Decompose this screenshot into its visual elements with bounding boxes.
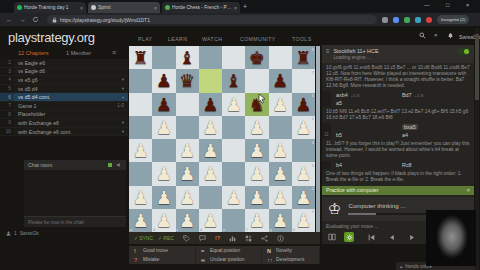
glyph-label: Novelty <box>276 248 292 253</box>
rank-label: 1 <box>312 209 314 214</box>
move-row: axb4+1.5Bd7+1.8 <box>322 91 474 99</box>
square-d7[interactable] <box>199 69 222 92</box>
square-h6[interactable]: ♟6 <box>292 93 315 116</box>
white-pawn[interactable]: ♟ <box>176 162 199 185</box>
move-number: 11 <box>322 131 331 139</box>
white-move[interactable]: b4 <box>331 162 397 168</box>
white-pawn[interactable]: ♟ <box>245 186 268 209</box>
chapter-row[interactable]: 2vs Eagle e6 <box>0 59 128 68</box>
chapter-row[interactable]: 5vs d5 d4▾ <box>0 85 128 94</box>
square-d1[interactable]: ♟d <box>199 209 222 232</box>
chat-sound-icon[interactable] <box>116 162 122 168</box>
browser-tab[interactable]: Horde Chess - French - Play Ch× <box>162 2 240 13</box>
chapter-number: 9 <box>0 119 14 127</box>
square-b3[interactable]: ♟ <box>152 162 175 185</box>
square-h4[interactable]: 4 <box>292 139 315 162</box>
white-pawn[interactable]: ♟ <box>269 162 292 185</box>
chapter-number: 8 <box>0 111 14 119</box>
glyph-symbol: ! <box>134 248 140 254</box>
move-number <box>322 161 331 169</box>
search-icon[interactable] <box>419 32 426 39</box>
rank-label: 8 <box>312 47 314 52</box>
square-h3[interactable]: ♟3 <box>292 162 315 185</box>
black-queen[interactable]: ♛ <box>176 69 199 92</box>
square-c6[interactable] <box>176 93 199 116</box>
nav-item-watch[interactable]: WATCH <box>202 36 222 42</box>
chapter-title: vs Eagle d6 <box>14 68 128 74</box>
white-pawn[interactable]: ♟ <box>199 139 222 162</box>
white-move[interactable]: a5 <box>331 100 397 106</box>
back-icon[interactable]: ← <box>6 16 13 23</box>
move-row: b4Rc8 <box>322 161 474 169</box>
chapter-title: with Exchange e6 cont. <box>14 129 122 135</box>
chapter-title: vs Eagle e6 <box>14 60 128 66</box>
glyph-label: Development <box>276 257 304 262</box>
move-row: 11b5a4 <box>322 131 474 139</box>
refresh-icon[interactable] <box>32 16 39 23</box>
chapter-row[interactable]: 10with Exchange e6 cont.▾ <box>0 128 128 137</box>
browser-tabs: Horde Training day 1×Sprint×Horde Chess … <box>0 0 420 13</box>
chapter-title: Placeholder <box>14 111 128 117</box>
chapter-row[interactable]: 9with Exchange e6▾ <box>0 119 128 128</box>
rank-label: 2 <box>312 186 314 191</box>
white-pawn[interactable]: ♟ <box>199 116 222 139</box>
move-list: axb4+1.5Bd7+1.8a510.b5 Nf6 11.e6 Bc8 12.… <box>322 91 474 185</box>
glyph-option-novelty[interactable]: NNovelty <box>262 246 320 255</box>
mouse-cursor <box>258 94 266 104</box>
square-e2[interactable]: ♟ <box>222 186 245 209</box>
black-bishop[interactable]: ♝ <box>176 46 199 69</box>
tab-members[interactable]: 1 Member <box>66 50 91 56</box>
square-e3[interactable] <box>222 162 245 185</box>
glyph-symbol: ? <box>134 257 140 263</box>
rank-label: 3 <box>312 163 314 168</box>
move-row: bxa5 <box>322 123 474 131</box>
nav-item-play[interactable]: PLAY <box>138 36 152 42</box>
study-toolbar: ✓SYNC ✓REC !? <box>129 232 320 244</box>
chapter-number: 7 <box>0 102 14 110</box>
analysis-panel: ≡ Stockfish 11+ HCE Loading engine ... 1… <box>322 45 474 233</box>
rec-toggle[interactable]: ✓REC <box>158 235 174 241</box>
white-pawn[interactable]: ♟ <box>245 139 268 162</box>
chapter-row[interactable]: 6vs d5 d4 cont.▾ <box>0 93 128 102</box>
white-pawn[interactable]: ♟ <box>245 116 268 139</box>
square-b8[interactable] <box>152 46 175 69</box>
chess-board[interactable]: ♜♝♚♜8♟♛♝♟7♟♟♟♞♟♟6♟♟♟♟5♟♟♟♟♟4♟♟♟♟♟♟3♟♟♟♟♟… <box>129 46 315 232</box>
square-c4[interactable]: ♟ <box>176 139 199 162</box>
square-c1[interactable]: ♟c <box>176 209 199 232</box>
chat-online-dot <box>108 163 112 167</box>
glyph-symbol: = <box>201 248 207 254</box>
chapter-menu-icon[interactable]: ▾ <box>122 77 128 82</box>
tab-title: Sprint <box>98 5 152 10</box>
square-e7[interactable]: ♝ <box>222 69 245 92</box>
chapter-number: 10 <box>0 128 14 136</box>
square-f1[interactable]: ♟f <box>245 209 268 232</box>
square-g1[interactable]: ♟g <box>269 209 292 232</box>
black-pawn[interactable]: ♟ <box>152 93 175 116</box>
square-a8[interactable]: ♜ <box>129 46 152 69</box>
first-move-button[interactable] <box>368 234 375 241</box>
analysis-settings-button[interactable] <box>344 232 354 242</box>
forward-icon[interactable]: → <box>19 16 26 23</box>
file-label: b <box>153 227 155 232</box>
square-g6[interactable]: ♟ <box>269 93 292 116</box>
square-g2[interactable]: ♟ <box>269 186 292 209</box>
extension-icon-3[interactable] <box>404 17 410 23</box>
square-c8[interactable]: ♝ <box>176 46 199 69</box>
square-e8[interactable] <box>222 46 245 69</box>
white-king-icon: ♔ <box>328 201 341 217</box>
black-king[interactable]: ♚ <box>245 46 268 69</box>
browser-tab-strip: Horde Training day 1×Sprint×Horde Chess … <box>0 0 480 13</box>
browser-url-bar: ← → https://playstrategy.org/study/jWmd1… <box>0 13 480 26</box>
recording-indicator-icon[interactable] <box>426 17 432 23</box>
nav-item-community[interactable]: COMMUNITY <box>240 36 276 42</box>
engine-box: ≡ Stockfish 11+ HCE Loading engine ... <box>322 45 474 63</box>
square-e4[interactable] <box>222 139 245 162</box>
chapter-number: 2 <box>0 59 14 67</box>
file-label: d <box>200 227 202 232</box>
browser-tab[interactable]: Horde Training day 1× <box>14 2 86 13</box>
member-icon <box>6 231 11 236</box>
glyph-menu: !Good move=Equal positionNNovelty?Mistak… <box>129 246 320 264</box>
square-b7[interactable]: ♟ <box>152 69 175 92</box>
extension-icon-1[interactable] <box>382 17 388 23</box>
square-a7[interactable] <box>129 69 152 92</box>
challenges-icon[interactable]: × <box>434 32 438 38</box>
square-f2[interactable]: ♟ <box>245 186 268 209</box>
white-pawn[interactable]: ♟ <box>152 209 175 232</box>
chapter-number: 6 <box>0 93 14 101</box>
engine-lines-icon[interactable]: ≡ <box>326 48 330 54</box>
square-e5[interactable] <box>222 116 245 139</box>
study-comment: One of two things will happen: if black … <box>322 169 474 185</box>
glyph-option-unclear-position[interactable]: ∞Unclear position <box>196 255 262 264</box>
glyph-label: Unclear position <box>210 257 244 262</box>
prev-move-button[interactable] <box>389 234 395 241</box>
white-pawn[interactable]: ♟ <box>199 209 222 232</box>
square-a6[interactable] <box>129 93 152 116</box>
square-e1[interactable]: e <box>222 209 245 232</box>
chapter-menu-icon[interactable]: ▾ <box>122 129 128 134</box>
chapter-row[interactable]: 8Placeholder <box>0 111 128 120</box>
lock-icon <box>52 17 57 23</box>
white-move[interactable]: axb4+1.5 <box>331 92 397 98</box>
member-name: SwissGb <box>20 231 39 236</box>
white-pawn[interactable]: ♟ <box>269 139 292 162</box>
chapter-row[interactable]: 4vs e5 g6▾ <box>0 76 128 85</box>
square-d6[interactable]: ♟ <box>199 93 222 116</box>
glyph-annotation-icon[interactable]: !? <box>215 235 220 241</box>
black-bishop[interactable]: ♝ <box>222 69 245 92</box>
square-a4[interactable]: ♟ <box>129 139 152 162</box>
study-book-icon[interactable] <box>328 233 336 241</box>
glyph-label: Equal position <box>210 248 240 253</box>
square-g8[interactable] <box>269 46 292 69</box>
sync-toggle[interactable]: ✓SYNC <box>134 235 153 241</box>
square-h5[interactable]: ♟5 <box>292 116 315 139</box>
square-a3[interactable] <box>129 162 152 185</box>
square-h2[interactable]: ♟2 <box>292 186 315 209</box>
practice-close-icon[interactable]: × <box>467 187 470 193</box>
incognito-badge: Incognito (2) <box>437 15 469 24</box>
black-pawn[interactable]: ♟ <box>269 69 292 92</box>
extension-icon-4[interactable] <box>415 17 421 23</box>
white-pawn[interactable]: ♟ <box>269 209 292 232</box>
file-label: a <box>130 227 132 232</box>
white-pawn[interactable]: ♟ <box>176 209 199 232</box>
chapter-menu-icon[interactable]: 1-0 <box>117 103 128 108</box>
white-pawn[interactable]: ♟ <box>269 93 292 116</box>
rank-label: 7 <box>312 70 314 75</box>
white-pawn[interactable]: ♟ <box>129 186 152 209</box>
white-pawn[interactable]: ♟ <box>129 209 152 232</box>
white-pawn[interactable]: ♟ <box>176 186 199 209</box>
nav-item-tools[interactable]: TOOLS <box>292 36 312 42</box>
square-d2[interactable] <box>199 186 222 209</box>
file-label: g <box>270 227 272 232</box>
glyph-option-good-move[interactable]: !Good move <box>129 246 196 255</box>
square-g5[interactable] <box>269 116 292 139</box>
member-count: 1 <box>14 231 17 236</box>
tab-close-icon[interactable]: × <box>234 5 237 11</box>
tab-favicon <box>91 5 96 10</box>
chapter-title: with Exchange e6 <box>14 120 122 126</box>
practice-with-computer-bar[interactable]: Practice with computer × <box>322 186 474 195</box>
white-pawn[interactable]: ♟ <box>152 116 175 139</box>
chapter-row[interactable]: 7Game 11-0 <box>0 102 128 111</box>
black-move[interactable]: Rc8 <box>397 162 463 168</box>
square-c2[interactable]: ♟ <box>176 186 199 209</box>
nav-item-learn[interactable]: LEARN <box>168 36 187 42</box>
chapter-title: vs d5 d4 cont. <box>14 94 122 100</box>
chapter-number: 3 <box>0 68 14 76</box>
share-icon[interactable] <box>261 235 268 242</box>
glyph-symbol: ∞ <box>201 257 207 263</box>
square-a5[interactable] <box>129 116 152 139</box>
square-c7[interactable]: ♛ <box>176 69 199 92</box>
square-h8[interactable]: ♜8 <box>292 46 315 69</box>
chat-placeholder: Please be nice in the chat! <box>28 220 84 225</box>
square-f4[interactable]: ♟ <box>245 139 268 162</box>
window-maximize-button[interactable]: □ <box>446 2 449 8</box>
practice-label: Practice with computer <box>326 187 467 193</box>
square-b1[interactable]: ♟b <box>152 209 175 232</box>
square-f8[interactable]: ♚ <box>245 46 268 69</box>
square-g4[interactable]: ♟ <box>269 139 292 162</box>
square-c5[interactable] <box>176 116 199 139</box>
study-comment: 10.b5 Nf6 11.e6 Bc8 12.exf7+ Bxf7 13.e2 … <box>322 107 474 123</box>
url-text: https://playstrategy.org/study/jWmd1DT1 <box>60 17 150 23</box>
square-a2[interactable]: ♟ <box>129 186 152 209</box>
rank-label: 6 <box>312 93 314 98</box>
glyph-symbol: N <box>267 248 273 254</box>
file-label: e <box>223 227 225 232</box>
chapter-row[interactable]: 3vs Eagle d6 <box>0 68 128 77</box>
glyph-option-equal-position[interactable]: =Equal position <box>196 246 262 255</box>
file-label: h <box>293 227 295 232</box>
white-pawn[interactable]: ♟ <box>222 93 245 116</box>
move-number <box>322 123 331 131</box>
square-g7[interactable]: ♟ <box>269 69 292 92</box>
chapter-list: 2vs Eagle e63vs Eagle d64vs e5 g6▾5vs d5… <box>0 59 128 136</box>
move-number <box>322 91 331 99</box>
window-close-button[interactable]: × <box>466 2 469 8</box>
move-row: a5 <box>322 99 474 107</box>
tab-title: Horde Training day 1 <box>24 5 78 10</box>
square-d5[interactable]: ♟ <box>199 116 222 139</box>
chapter-menu-icon[interactable]: ▾ <box>122 95 128 100</box>
spectator-row[interactable]: 1 SwissGb <box>6 231 39 236</box>
chapter-title: vs e5 g6 <box>14 77 122 83</box>
chevron-up-icon: ▴ <box>400 264 402 269</box>
tab-close-icon[interactable]: × <box>80 5 83 11</box>
chapter-number: 5 <box>0 85 14 93</box>
browser-tab[interactable]: Sprint× <box>88 2 160 13</box>
window-minimize-button[interactable]: — <box>424 2 430 8</box>
white-pawn[interactable]: ♟ <box>152 162 175 185</box>
square-b5[interactable]: ♟ <box>152 116 175 139</box>
glyph-label: Good move <box>143 248 168 253</box>
chapter-menu-icon[interactable]: ▾ <box>122 86 128 91</box>
study-comment: 11...b6!? If you forget this in play?! J… <box>322 139 474 161</box>
computer-thinking-label: Computer thinking ... <box>348 202 448 209</box>
next-move-button[interactable] <box>409 234 415 241</box>
study-comment: 10.gxf6 gxf6 11.exd6 Bxd6 12.c5 Be7 ... … <box>322 63 474 91</box>
chapter-title: Game 1 <box>14 103 117 109</box>
square-a1[interactable]: ♟a <box>129 209 152 232</box>
tab-favicon <box>17 5 22 10</box>
new-tab-button[interactable]: + <box>243 3 247 10</box>
engine-status: Loading engine ... <box>334 55 379 60</box>
eval-gauge <box>316 46 320 232</box>
square-b4[interactable] <box>152 139 175 162</box>
white-move[interactable]: b5 <box>331 132 397 138</box>
chart-icon[interactable] <box>229 235 236 242</box>
engine-name: Stockfish 11+ HCE <box>334 48 379 54</box>
square-d3[interactable]: ♟ <box>199 162 222 185</box>
tab-chapters[interactable]: 12 Chapters <box>18 50 48 56</box>
chat-title: Chat room <box>28 162 108 168</box>
chapter-menu-icon[interactable]: ▾ <box>122 120 128 125</box>
white-pawn[interactable]: ♟ <box>129 139 152 162</box>
tag-icon[interactable] <box>183 235 190 242</box>
glyph-symbol: ↑↑ <box>267 257 273 263</box>
white-pawn[interactable]: ♟ <box>245 162 268 185</box>
tab-close-icon[interactable]: × <box>154 5 157 11</box>
info-icon[interactable] <box>277 235 284 242</box>
engine-toggle[interactable] <box>457 48 470 55</box>
study-menu-icon[interactable]: ≡ <box>112 49 116 56</box>
move-number <box>322 99 331 107</box>
chapter-title: vs d5 d4 <box>14 86 122 92</box>
black-rook[interactable]: ♜ <box>129 46 152 69</box>
chat-room: Chat room Please be nice in the chat! <box>24 160 126 227</box>
square-f7[interactable] <box>245 69 268 92</box>
square-g3[interactable]: ♟ <box>269 162 292 185</box>
chapter-number: 4 <box>0 76 14 84</box>
extension-icon-2[interactable] <box>393 17 399 23</box>
square-c3[interactable]: ♟ <box>176 162 199 185</box>
site-logo[interactable]: playstrategy.org <box>8 30 95 45</box>
rank-label: 5 <box>312 116 314 121</box>
black-pawn[interactable]: ♟ <box>199 93 222 116</box>
white-pawn[interactable]: ♟ <box>152 186 175 209</box>
chat-header: Chat room <box>24 160 126 170</box>
white-pawn[interactable]: ♟ <box>245 209 268 232</box>
white-pawn[interactable]: ♟ <box>269 186 292 209</box>
white-pawn[interactable]: ♟ <box>176 139 199 162</box>
scrollbar-thumb[interactable] <box>475 34 479 100</box>
square-f3[interactable]: ♟ <box>245 162 268 185</box>
square-d4[interactable]: ♟ <box>199 139 222 162</box>
square-h7[interactable]: 7 <box>292 69 315 92</box>
square-f5[interactable]: ♟ <box>245 116 268 139</box>
board-grid-icon[interactable] <box>245 235 252 242</box>
file-label: c <box>177 227 179 232</box>
webcam-overlay <box>426 210 476 266</box>
comment-bubble-icon[interactable] <box>199 235 206 242</box>
black-move[interactable]: a4 <box>397 132 463 138</box>
square-b6[interactable]: ♟ <box>152 93 175 116</box>
tab-favicon <box>165 5 170 10</box>
chat-input[interactable]: Please be nice in the chat! <box>24 216 126 227</box>
black-pawn[interactable]: ♟ <box>152 69 175 92</box>
square-b2[interactable]: ♟ <box>152 186 175 209</box>
white-pawn[interactable]: ♟ <box>199 162 222 185</box>
white-pawn[interactable]: ♟ <box>222 186 245 209</box>
black-move[interactable]: bxa5 <box>397 124 463 130</box>
square-e6[interactable]: ♟ <box>222 93 245 116</box>
glyph-option-mistake[interactable]: ?Mistake <box>129 255 196 264</box>
notifications-bell-icon[interactable] <box>447 32 454 39</box>
rank-label: 4 <box>312 140 314 145</box>
black-move[interactable]: Bd7+1.8 <box>397 92 463 98</box>
square-h1[interactable]: ♟1h <box>292 209 315 232</box>
tab-title: Horde Chess - French - Play Ch <box>172 5 232 10</box>
glyph-label: Mistake <box>143 257 160 262</box>
file-label: f <box>246 227 247 232</box>
last-move-highlight <box>199 69 222 92</box>
glyph-option-development[interactable]: ↑↑Development <box>262 255 320 264</box>
address-bar[interactable]: https://playstrategy.org/study/jWmd1DT1 <box>47 15 377 24</box>
square-d8[interactable] <box>199 46 222 69</box>
